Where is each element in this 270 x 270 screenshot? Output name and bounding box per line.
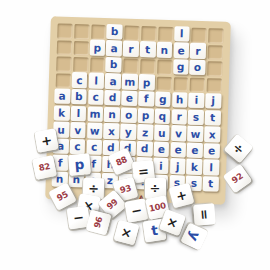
board-cell [56,73,71,88]
loose-tile-÷[interactable]: ÷ [223,133,253,163]
board-cell: c [89,91,104,106]
board-cell: d [138,142,153,157]
letter-tile-t[interactable]: t [205,110,221,126]
board-cell: l [71,107,86,122]
letter-tile-m[interactable]: m [87,106,103,122]
board-cell: b [108,25,123,40]
board-cell: a [106,75,121,90]
board-cell [57,40,72,55]
board-cell: k [55,106,70,121]
board-cell: r [172,110,187,125]
letter-tile-w[interactable]: w [187,126,203,142]
letter-tile-r[interactable]: r [190,43,206,59]
board-cell: n [105,108,120,123]
board-cell: x [205,128,220,143]
board-cell: m [88,107,103,122]
letter-tile-b[interactable]: b [71,89,87,105]
loose-tile-82[interactable]: 82 [32,155,57,180]
letter-tile-l[interactable]: l [70,105,86,121]
board-cell: d [106,91,121,106]
letter-tile-g[interactable]: g [173,59,189,75]
letter-tile-c[interactable]: c [88,89,104,105]
letter-tile-l[interactable]: l [203,159,219,175]
letter-tile-e[interactable]: e [121,90,137,106]
letter-tile-t[interactable]: t [140,41,156,57]
board-cell: o [122,109,137,124]
board-cell: p [139,109,154,124]
letter-tile-p[interactable]: p [138,108,154,124]
board-cell: l [175,27,190,42]
board-cell: e [174,44,189,59]
board-cell [124,26,139,41]
loose-tile-+[interactable]: + [168,182,194,208]
board-cell [91,24,106,39]
letter-tile-l[interactable]: l [88,73,104,89]
letter-tile-e[interactable]: e [170,142,186,158]
board-cell [56,57,71,72]
board-cell: i [154,159,169,174]
board-cell [190,77,205,92]
letter-tile-q[interactable]: q [154,108,170,124]
letter-tile-m[interactable]: m [122,74,138,90]
board-cell: c [87,141,102,156]
letter-tile-x[interactable]: x [103,123,119,139]
letter-tile-i[interactable]: i [153,158,169,174]
letter-tile-j[interactable]: j [205,93,221,109]
board-cell [57,23,72,38]
letter-tile-a[interactable]: a [54,88,70,104]
letter-tile-z[interactable]: z [137,124,153,140]
board-cell [123,59,138,74]
letter-tile-y[interactable]: y [120,124,136,140]
letter-tile-l[interactable]: l [174,26,190,42]
board-cell: r [191,44,206,59]
board-cell: o [191,61,206,76]
letter-tile-r[interactable]: r [123,41,139,57]
board-cell [156,76,171,91]
letter-tile-h[interactable]: h [172,92,188,108]
board-cell: k [187,160,202,175]
board-cell: a [55,90,70,105]
letter-tile-e[interactable]: e [187,142,203,158]
board-cell: v [172,127,187,142]
board-cell: s [189,111,204,126]
letter-tile-a[interactable]: a [105,73,121,89]
letter-tile-o[interactable]: o [190,59,206,75]
loose-tile-p[interactable]: p [68,153,91,176]
board-cell: i [189,94,204,109]
board-cell: e [205,144,220,159]
board-cell: r [124,42,139,57]
stage: blpartnerbgoclampabcdefghijklmnopqrstuvw… [0,0,270,270]
board-cell: l [89,74,104,89]
board-cell: x [104,125,119,140]
board-cell: g [174,60,189,75]
board-cell: l [204,161,219,176]
board-cell [74,24,89,39]
board-cell [157,60,172,75]
letter-tile-p[interactable]: p [139,74,155,90]
board-cell: z [138,126,153,141]
letter-tile-g[interactable]: g [155,91,171,107]
board-cell: y [121,125,136,140]
board-cell: m [123,75,138,90]
board-cell [74,41,89,56]
loose-tile-×[interactable]: × [113,219,139,245]
board-cell: b [72,90,87,105]
loose-tile-96[interactable]: 96 [85,209,111,235]
letter-tile-o[interactable]: o [121,107,137,123]
board-cell [173,77,188,92]
letter-tile-s[interactable]: s [188,109,204,125]
board-cell: j [206,95,221,110]
board-cell: e [188,144,203,159]
letter-tile-v[interactable]: v [171,125,187,141]
letter-tile-k[interactable]: k [54,105,70,121]
board-cell [90,58,105,73]
letter-tile-k[interactable]: k [186,159,202,175]
board-cell: b [107,58,122,73]
letter-tile-u[interactable]: u [154,125,170,141]
board-cell: c [72,74,87,89]
letter-tile-e[interactable]: e [173,42,189,58]
letter-tile-d[interactable]: d [137,141,153,157]
board-cell [192,28,207,43]
letter-tile-f[interactable]: f [138,91,154,107]
letter-tile-c[interactable]: c [71,72,87,88]
letter-tile-r[interactable]: r [171,109,187,125]
board-cell: u [155,126,170,141]
board-cell [158,27,173,42]
letter-tile-n[interactable]: n [156,42,172,58]
board-cell: f [139,92,154,107]
board-cell: v [71,124,86,139]
letter-tile-j[interactable]: j [170,158,186,174]
board-cell: t [204,178,219,193]
letter-tile-d[interactable]: d [105,90,121,106]
board-cell: n [157,43,172,58]
board-cell: e [154,143,169,158]
letter-tile-e[interactable]: e [153,141,169,157]
board-cell: e [171,143,186,158]
letter-tile-n[interactable]: n [104,106,120,122]
board-cell: j [171,160,186,175]
board-cell [141,26,156,41]
board-cell [73,57,88,72]
letter-tile-a[interactable]: a [106,40,122,56]
letter-tile-b[interactable]: b [107,23,123,39]
letter-tile-c[interactable]: c [86,139,102,155]
board-cell: h [173,93,188,108]
board-cell: e [122,92,137,107]
board-cell: w [188,127,203,142]
letter-tile-x[interactable]: x [204,126,220,142]
board-cell: t [141,43,156,58]
board-cell: w [88,124,103,139]
board-cell: p [90,41,105,56]
board-cell [208,28,223,43]
loose-tile-92[interactable]: 92 [222,163,251,192]
board-cell: p [140,76,155,91]
letter-tile-b[interactable]: b [106,57,122,73]
letter-tile-v[interactable]: v [70,122,86,138]
letter-tile-i[interactable]: i [188,92,204,108]
board-cell: g [156,93,171,108]
letter-tile-e[interactable]: e [204,143,220,159]
letter-tile-w[interactable]: w [87,123,103,139]
board-cell [140,59,155,74]
board-cell: q [155,110,170,125]
loose-tile-=[interactable]: = [193,203,216,226]
board-cell [207,61,222,76]
loose-tile-+[interactable]: + [34,128,58,152]
letter-tile-t[interactable]: t [203,176,219,192]
letter-tile-p[interactable]: p [89,40,105,56]
board-cell: t [206,111,221,126]
board-cell: a [107,42,122,57]
letter-tile-c[interactable]: c [69,139,85,155]
board-cell [208,45,223,60]
board-cell [207,78,222,93]
loose-tile-y[interactable]: y [180,222,208,250]
